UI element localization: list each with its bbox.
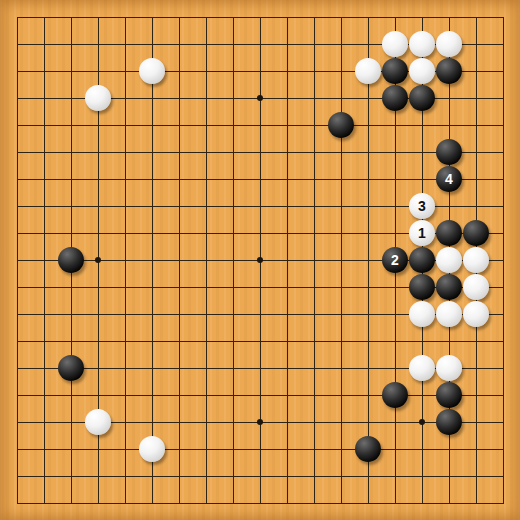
white-stone xyxy=(409,31,435,57)
white-stone xyxy=(436,355,462,381)
star-point xyxy=(95,257,101,263)
black-stone xyxy=(409,247,435,273)
white-stone xyxy=(382,31,408,57)
black-stone xyxy=(382,382,408,408)
black-stone xyxy=(58,355,84,381)
black-stone xyxy=(463,220,489,246)
move-number-label: 2 xyxy=(391,253,399,267)
white-stone xyxy=(139,436,165,462)
black-stone xyxy=(436,409,462,435)
white-stone-move-1: 1 xyxy=(409,220,435,246)
black-stone-move-2: 2 xyxy=(382,247,408,273)
black-stone-move-4: 4 xyxy=(436,166,462,192)
black-stone xyxy=(382,58,408,84)
move-number-label: 4 xyxy=(445,172,453,186)
white-stone xyxy=(409,58,435,84)
black-stone xyxy=(58,247,84,273)
white-stone xyxy=(355,58,381,84)
black-stone xyxy=(436,220,462,246)
star-point xyxy=(257,419,263,425)
star-point xyxy=(419,419,425,425)
black-stone xyxy=(328,112,354,138)
black-stone xyxy=(436,139,462,165)
white-stone xyxy=(409,355,435,381)
white-stone xyxy=(436,301,462,327)
black-stone xyxy=(436,274,462,300)
white-stone xyxy=(463,301,489,327)
white-stone xyxy=(139,58,165,84)
black-stone xyxy=(355,436,381,462)
white-stone xyxy=(409,301,435,327)
move-number-label: 1 xyxy=(418,226,426,240)
star-point xyxy=(257,95,263,101)
black-stone xyxy=(436,58,462,84)
white-stone xyxy=(463,274,489,300)
white-stone xyxy=(85,85,111,111)
black-stone xyxy=(382,85,408,111)
white-stone xyxy=(85,409,111,435)
star-point xyxy=(257,257,263,263)
white-stone xyxy=(436,247,462,273)
white-stone xyxy=(463,247,489,273)
move-number-label: 3 xyxy=(418,199,426,213)
white-stone xyxy=(436,31,462,57)
go-board[interactable]: 4312 xyxy=(0,0,520,520)
white-stone-move-3: 3 xyxy=(409,193,435,219)
black-stone xyxy=(409,274,435,300)
black-stone xyxy=(436,382,462,408)
black-stone xyxy=(409,85,435,111)
